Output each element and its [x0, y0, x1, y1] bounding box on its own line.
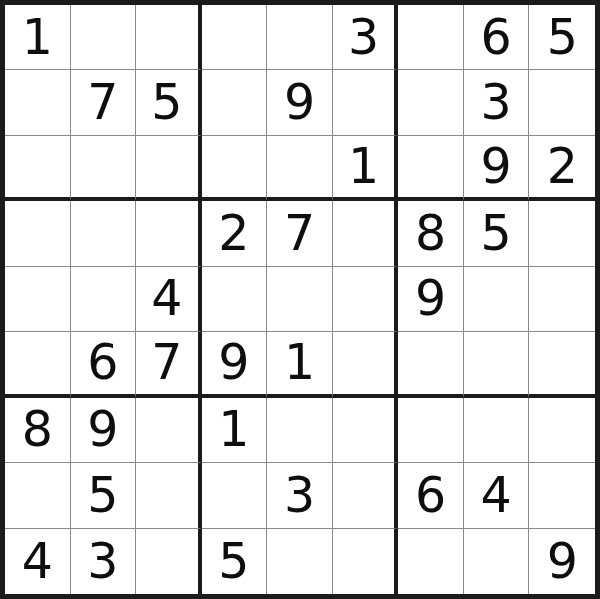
cell-r2-c1[interactable] [5, 70, 71, 135]
cell-r5-c7[interactable]: 9 [398, 267, 464, 332]
given-digit: 9 [547, 537, 578, 586]
cell-r8-c3[interactable] [136, 463, 202, 528]
cell-r3-c7[interactable] [398, 136, 464, 201]
sudoku-board: 13657593192278549679189153644359 [0, 0, 600, 599]
cell-r1-c8[interactable]: 6 [464, 5, 530, 70]
cell-r1-c9[interactable]: 5 [529, 5, 595, 70]
cell-r7-c4[interactable]: 1 [202, 398, 268, 463]
cell-r5-c8[interactable] [464, 267, 530, 332]
given-digit: 7 [284, 209, 315, 258]
given-digit: 4 [22, 537, 53, 586]
cell-r1-c7[interactable] [398, 5, 464, 70]
cell-r5-c3[interactable]: 4 [136, 267, 202, 332]
cell-r9-c3[interactable] [136, 529, 202, 594]
given-digit: 9 [218, 338, 249, 387]
cell-r2-c9[interactable] [529, 70, 595, 135]
given-digit: 8 [22, 405, 53, 454]
given-digit: 8 [415, 209, 446, 258]
given-digit: 2 [547, 142, 578, 191]
given-digit: 1 [284, 338, 315, 387]
cell-r1-c4[interactable] [202, 5, 268, 70]
given-digit: 1 [348, 142, 379, 191]
cell-r6-c8[interactable] [464, 332, 530, 397]
cell-r7-c6[interactable] [333, 398, 399, 463]
given-digit: 7 [87, 78, 118, 127]
cell-r5-c5[interactable] [267, 267, 333, 332]
cell-r9-c9[interactable]: 9 [529, 529, 595, 594]
cell-r9-c8[interactable] [464, 529, 530, 594]
cell-r5-c2[interactable] [71, 267, 137, 332]
cell-r8-c4[interactable] [202, 463, 268, 528]
cell-r7-c5[interactable] [267, 398, 333, 463]
cell-r2-c5[interactable]: 9 [267, 70, 333, 135]
cell-r4-c2[interactable] [71, 201, 137, 266]
cell-r4-c9[interactable] [529, 201, 595, 266]
given-digit: 6 [415, 471, 446, 520]
cell-r3-c3[interactable] [136, 136, 202, 201]
cell-r8-c6[interactable] [333, 463, 399, 528]
cell-r1-c1[interactable]: 1 [5, 5, 71, 70]
cell-r4-c7[interactable]: 8 [398, 201, 464, 266]
cell-r8-c7[interactable]: 6 [398, 463, 464, 528]
cell-r1-c5[interactable] [267, 5, 333, 70]
given-digit: 6 [481, 13, 512, 62]
cell-r1-c2[interactable] [71, 5, 137, 70]
cell-r8-c5[interactable]: 3 [267, 463, 333, 528]
given-digit: 3 [481, 78, 512, 127]
cell-r9-c4[interactable]: 5 [202, 529, 268, 594]
cell-r9-c2[interactable]: 3 [71, 529, 137, 594]
cell-r7-c8[interactable] [464, 398, 530, 463]
cell-r5-c1[interactable] [5, 267, 71, 332]
given-digit: 5 [218, 537, 249, 586]
cell-r4-c4[interactable]: 2 [202, 201, 268, 266]
cell-r8-c1[interactable] [5, 463, 71, 528]
cell-r6-c3[interactable]: 7 [136, 332, 202, 397]
cell-r7-c2[interactable]: 9 [71, 398, 137, 463]
cell-r3-c4[interactable] [202, 136, 268, 201]
cell-r4-c1[interactable] [5, 201, 71, 266]
given-digit: 1 [218, 405, 249, 454]
given-digit: 5 [481, 209, 512, 258]
cell-r9-c1[interactable]: 4 [5, 529, 71, 594]
given-digit: 5 [547, 13, 578, 62]
given-digit: 3 [87, 537, 118, 586]
given-digit: 9 [284, 78, 315, 127]
given-digit: 4 [151, 274, 182, 323]
cell-r5-c6[interactable] [333, 267, 399, 332]
cell-r3-c6[interactable]: 1 [333, 136, 399, 201]
cell-r6-c5[interactable]: 1 [267, 332, 333, 397]
cell-r4-c8[interactable]: 5 [464, 201, 530, 266]
given-digit: 3 [284, 471, 315, 520]
given-digit: 3 [348, 13, 379, 62]
cell-r8-c9[interactable] [529, 463, 595, 528]
given-digit: 6 [87, 338, 118, 387]
cell-r2-c8[interactable]: 3 [464, 70, 530, 135]
cell-r3-c9[interactable]: 2 [529, 136, 595, 201]
cell-r2-c2[interactable]: 7 [71, 70, 137, 135]
cell-r9-c5[interactable] [267, 529, 333, 594]
cell-r3-c8[interactable]: 9 [464, 136, 530, 201]
cell-r8-c2[interactable]: 5 [71, 463, 137, 528]
cell-r6-c9[interactable] [529, 332, 595, 397]
cell-r9-c7[interactable] [398, 529, 464, 594]
cell-r4-c6[interactable] [333, 201, 399, 266]
cell-r2-c6[interactable] [333, 70, 399, 135]
cell-r2-c3[interactable]: 5 [136, 70, 202, 135]
given-digit: 2 [218, 209, 249, 258]
given-digit: 9 [87, 405, 118, 454]
cell-r5-c9[interactable] [529, 267, 595, 332]
given-digit: 9 [481, 142, 512, 191]
cell-r3-c2[interactable] [71, 136, 137, 201]
cell-r1-c3[interactable] [136, 5, 202, 70]
cell-r6-c2[interactable]: 6 [71, 332, 137, 397]
given-digit: 5 [87, 471, 118, 520]
cell-r4-c3[interactable] [136, 201, 202, 266]
given-digit: 7 [151, 338, 182, 387]
cell-r6-c4[interactable]: 9 [202, 332, 268, 397]
cell-r6-c1[interactable] [5, 332, 71, 397]
given-digit: 5 [151, 78, 182, 127]
cell-r7-c1[interactable]: 8 [5, 398, 71, 463]
cell-r4-c5[interactable]: 7 [267, 201, 333, 266]
cell-r3-c5[interactable] [267, 136, 333, 201]
given-digit: 9 [415, 274, 446, 323]
cell-r5-c4[interactable] [202, 267, 268, 332]
cell-r7-c7[interactable] [398, 398, 464, 463]
cell-r2-c4[interactable] [202, 70, 268, 135]
cell-r2-c7[interactable] [398, 70, 464, 135]
cell-r1-c6[interactable]: 3 [333, 5, 399, 70]
cell-r6-c6[interactable] [333, 332, 399, 397]
cell-r7-c3[interactable] [136, 398, 202, 463]
given-digit: 4 [481, 471, 512, 520]
cell-r9-c6[interactable] [333, 529, 399, 594]
cell-r8-c8[interactable]: 4 [464, 463, 530, 528]
cell-r3-c1[interactable] [5, 136, 71, 201]
cell-r6-c7[interactable] [398, 332, 464, 397]
cell-r7-c9[interactable] [529, 398, 595, 463]
given-digit: 1 [22, 13, 53, 62]
